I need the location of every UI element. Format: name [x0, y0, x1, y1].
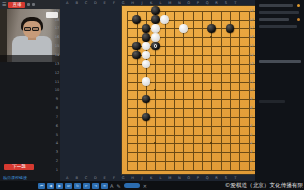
chat-line	[259, 18, 289, 21]
webcam-caption-bar	[0, 55, 60, 62]
black-stone-B18[interactable]	[132, 15, 141, 24]
chat-line	[259, 25, 297, 28]
menu-icon[interactable]: ☰	[2, 2, 6, 7]
board-area	[60, 0, 255, 190]
close-icon[interactable]: ✕	[143, 183, 147, 189]
settings-icon[interactable]	[27, 3, 30, 6]
gift-icon	[297, 4, 300, 7]
white-stone-D16[interactable]	[151, 33, 160, 42]
coordinate-label: 8	[248, 106, 255, 110]
company-watermark: ©爱棋道（北京）文化传播有限	[225, 182, 303, 190]
coordinate-label: 6	[248, 124, 255, 128]
white-stone-G17[interactable]	[179, 24, 188, 33]
kifu-nav-icons: ⏮◀▶⏭↻⇤⇥≡	[38, 183, 108, 189]
white-stone-C14[interactable]	[142, 51, 151, 60]
nav-button[interactable]: ⇥	[92, 183, 99, 189]
black-stone-B14[interactable]	[132, 51, 141, 60]
coordinate-label: 11	[248, 80, 255, 84]
coordinate-label: E	[102, 176, 108, 180]
coordinate-label: H	[130, 176, 136, 180]
coordinate-label: F	[111, 176, 117, 180]
coordinate-label: 5	[248, 133, 255, 137]
coordinate-label: 19	[54, 9, 61, 13]
nav-button[interactable]: ↻	[74, 183, 81, 189]
coordinate-label: C	[83, 1, 89, 5]
coordinate-label: B	[74, 176, 80, 180]
nav-button[interactable]: ⏭	[65, 183, 72, 189]
coordinate-label: 16	[54, 35, 61, 39]
coordinate-label: M	[167, 176, 173, 180]
coordinate-label: 8	[54, 106, 61, 110]
coordinate-label: M	[167, 1, 173, 5]
nav-button[interactable]: ▶	[56, 183, 63, 189]
black-stone-C16[interactable]	[142, 33, 151, 42]
coordinate-label: 12	[248, 71, 255, 75]
white-stone-E18[interactable]	[160, 15, 169, 24]
coordinate-label: E	[102, 1, 108, 5]
coordinate-label: 9	[54, 97, 61, 101]
coordinate-label: T	[232, 176, 238, 180]
coordinate-label: 12	[54, 71, 61, 75]
chat-line	[259, 11, 299, 14]
coordinate-label: A	[64, 1, 70, 5]
coordinate-label: G	[120, 176, 126, 180]
coordinate-label: Q	[204, 1, 210, 5]
coordinate-label: D	[92, 176, 98, 180]
left-panel: ☰ 直播 下一题 精品课程链接 17:22:10	[0, 0, 60, 190]
black-stone-M17[interactable]	[226, 24, 235, 33]
black-stone-C9[interactable]	[142, 95, 151, 104]
coordinate-label: 11	[54, 80, 61, 84]
coordinate-label: 2	[248, 159, 255, 163]
coordinate-label: 16	[248, 35, 255, 39]
chat-sidebar[interactable]	[255, 0, 304, 190]
coordinate-label: R	[214, 1, 220, 5]
grid-line	[230, 11, 231, 170]
star-point	[210, 36, 212, 38]
coordinate-label: 15	[54, 44, 61, 48]
next-problem-button[interactable]: 下一题	[4, 164, 34, 170]
live-badge: 直播	[8, 2, 25, 8]
more-icon[interactable]	[32, 3, 35, 6]
coordinate-label: 4	[248, 141, 255, 145]
coordinate-label: N	[176, 176, 182, 180]
coordinate-label: 13	[248, 62, 255, 66]
coordinate-label: 10	[54, 88, 61, 92]
coordinate-label: 3	[248, 150, 255, 154]
coordinate-label: Q	[204, 176, 210, 180]
coordinate-label: 14	[54, 53, 61, 57]
coordinate-label: 13	[54, 62, 61, 66]
grid-line	[239, 11, 240, 170]
coordinate-label: C	[83, 176, 89, 180]
coordinate-label: 18	[54, 18, 61, 22]
coordinate-label: 18	[248, 18, 255, 22]
coordinate-label: O	[186, 1, 192, 5]
coordinate-label: 14	[248, 53, 255, 57]
coordinate-label: R	[214, 176, 220, 180]
coordinate-label: J	[139, 176, 145, 180]
coordinate-label: J	[139, 1, 145, 5]
tool-button[interactable]: A	[110, 183, 113, 189]
coordinate-label: 1	[54, 168, 61, 172]
white-stone-D17[interactable]	[151, 24, 160, 33]
coordinate-label: K	[148, 176, 154, 180]
coordinate-label: 19	[248, 9, 255, 13]
coordinate-label: L	[158, 1, 164, 5]
nav-button[interactable]: ⇤	[83, 183, 90, 189]
black-stone-C7[interactable]	[142, 113, 151, 122]
chat-line	[259, 100, 285, 103]
coordinate-label: 3	[54, 150, 61, 154]
analysis-pill-button[interactable]	[124, 183, 140, 188]
coordinate-label: 10	[248, 88, 255, 92]
coordinate-label: A	[64, 176, 70, 180]
nav-button[interactable]: ◀	[47, 183, 54, 189]
app-window: ☰ 直播 下一题 精品课程链接 17:22:10	[0, 0, 304, 190]
white-stone-C13[interactable]	[142, 60, 151, 69]
coordinate-label: 1	[248, 168, 255, 172]
black-stone-D19[interactable]	[151, 6, 160, 15]
grid-line	[221, 11, 222, 170]
coordinate-label: 9	[248, 97, 255, 101]
tool-button[interactable]: ✎	[116, 183, 120, 189]
black-stone-C17[interactable]	[142, 24, 151, 33]
coordinate-label: S	[223, 1, 229, 5]
coordinate-label: O	[186, 176, 192, 180]
coordinate-label: H	[130, 1, 136, 5]
gift-icon	[297, 18, 300, 21]
coordinate-label: 7	[54, 115, 61, 119]
chat-line	[259, 60, 301, 63]
black-stone-K17[interactable]	[207, 24, 216, 33]
white-stone-C11[interactable]	[142, 77, 151, 86]
white-stone-C15[interactable]	[142, 42, 151, 51]
coordinate-label: G	[120, 1, 126, 5]
coordinate-label: 17	[54, 26, 61, 30]
coordinate-label: 6	[54, 124, 61, 128]
black-stone-B15[interactable]	[132, 42, 141, 51]
nav-button[interactable]: ≡	[101, 183, 108, 189]
coordinate-label: P	[195, 1, 201, 5]
coordinate-label: L	[158, 176, 164, 180]
coordinate-label: 4	[54, 141, 61, 145]
coordinate-label: 5	[54, 133, 61, 137]
course-link[interactable]: 精品课程链接	[3, 175, 27, 180]
coordinate-label: T	[232, 1, 238, 5]
black-stone-D15[interactable]	[151, 42, 160, 51]
coordinate-label: D	[92, 1, 98, 5]
coordinate-label: 2	[54, 159, 61, 163]
webcam-video[interactable]	[0, 9, 60, 62]
nav-button[interactable]: ⏮	[38, 183, 45, 189]
coordinate-label: P	[195, 176, 201, 180]
coordinate-label: 17	[248, 26, 255, 30]
black-stone-D18[interactable]	[151, 15, 160, 24]
coordinate-label: S	[223, 176, 229, 180]
coordinate-label: K	[148, 1, 154, 5]
last-move-marker	[154, 44, 157, 47]
chat-line	[259, 4, 293, 7]
top-bar: ☰ 直播	[0, 0, 60, 9]
coordinate-label: F	[111, 1, 117, 5]
coordinate-label: B	[74, 1, 80, 5]
glasses	[24, 27, 40, 31]
coordinate-label: 15	[248, 44, 255, 48]
annotation-tools: A✎✕	[110, 183, 147, 189]
coordinate-label: N	[176, 1, 182, 5]
coordinate-label: 7	[248, 115, 255, 119]
